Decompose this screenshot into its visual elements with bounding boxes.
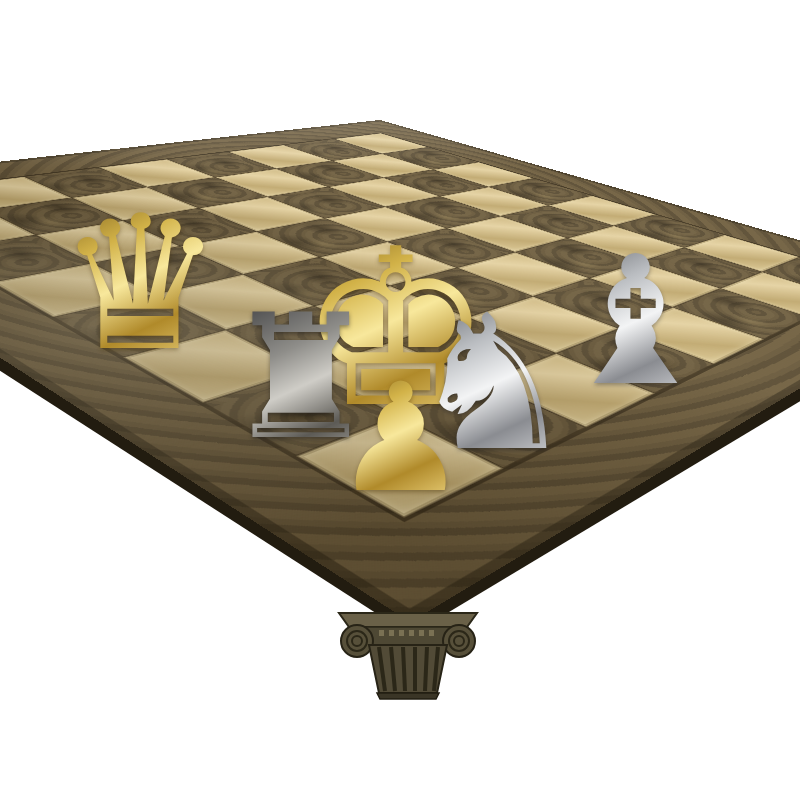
- chess-piece-white-pawn[interactable]: ♟: [333, 367, 467, 510]
- pawn-glyph: ♟: [333, 367, 467, 510]
- queen-glyph: ♛: [57, 196, 224, 373]
- chess-piece-white-queen[interactable]: ♛: [57, 196, 224, 373]
- bishop-glyph: ♝: [556, 237, 716, 406]
- chess-piece-black-bishop[interactable]: ♝: [556, 237, 716, 406]
- product-photo-stage: ♛♚♟♜♞♝: [0, 0, 800, 800]
- ionic-column-leg-icon: [335, 601, 481, 701]
